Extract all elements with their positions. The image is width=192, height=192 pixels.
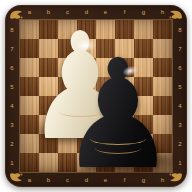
square-b5 — [39, 77, 58, 96]
square-g4 — [134, 96, 153, 115]
rank-label: 7 — [175, 39, 185, 58]
file-labels-top: abcdefgh — [20, 7, 172, 17]
square-g7 — [134, 39, 153, 58]
square-f6 — [115, 58, 134, 77]
file-label: f — [115, 175, 134, 185]
square-f7 — [115, 39, 134, 58]
square-b6 — [39, 58, 58, 77]
square-e2 — [96, 134, 115, 153]
square-a8 — [20, 20, 39, 39]
square-g5 — [134, 77, 153, 96]
rank-label: 5 — [7, 77, 17, 96]
square-h6 — [153, 58, 172, 77]
rank-labels-left: 87654321 — [7, 20, 17, 172]
square-b4 — [39, 96, 58, 115]
square-d1 — [77, 153, 96, 172]
rank-labels-right: 87654321 — [175, 20, 185, 172]
rank-label: 2 — [175, 134, 185, 153]
square-c2 — [58, 134, 77, 153]
rank-label: 8 — [7, 20, 17, 39]
rank-label: 5 — [175, 77, 185, 96]
square-f2 — [115, 134, 134, 153]
square-c7 — [58, 39, 77, 58]
rank-label: 1 — [7, 153, 17, 172]
square-d2 — [77, 134, 96, 153]
square-g2 — [134, 134, 153, 153]
file-label: c — [58, 7, 77, 17]
file-label: f — [115, 7, 134, 17]
file-label: h — [153, 7, 172, 17]
file-label: c — [58, 175, 77, 185]
rank-label: 3 — [175, 115, 185, 134]
square-d7 — [77, 39, 96, 58]
square-b7 — [39, 39, 58, 58]
square-d3 — [77, 115, 96, 134]
square-a6 — [20, 58, 39, 77]
square-d5 — [77, 77, 96, 96]
file-label: g — [134, 175, 153, 185]
square-b3 — [39, 115, 58, 134]
square-g8 — [134, 20, 153, 39]
square-b8 — [39, 20, 58, 39]
square-h4 — [153, 96, 172, 115]
square-a7 — [20, 39, 39, 58]
square-c3 — [58, 115, 77, 134]
file-label: e — [96, 175, 115, 185]
rank-label: 4 — [7, 96, 17, 115]
square-h7 — [153, 39, 172, 58]
square-h2 — [153, 134, 172, 153]
square-f8 — [115, 20, 134, 39]
square-c4 — [58, 96, 77, 115]
square-a1 — [20, 153, 39, 172]
file-label: h — [153, 175, 172, 185]
square-d8 — [77, 20, 96, 39]
rank-label: 7 — [7, 39, 17, 58]
square-e1 — [96, 153, 115, 172]
square-c8 — [58, 20, 77, 39]
square-c1 — [58, 153, 77, 172]
rank-label: 1 — [175, 153, 185, 172]
square-c6 — [58, 58, 77, 77]
square-a4 — [20, 96, 39, 115]
file-label: b — [39, 7, 58, 17]
rank-label: 3 — [7, 115, 17, 134]
rank-label: 6 — [7, 58, 17, 77]
square-a3 — [20, 115, 39, 134]
square-a5 — [20, 77, 39, 96]
square-e5 — [96, 77, 115, 96]
file-label: a — [20, 175, 39, 185]
square-h8 — [153, 20, 172, 39]
board-frame: abcdefgh abcdefgh 87654321 87654321 ♟♟ — [5, 5, 187, 187]
chess-app-icon[interactable]: abcdefgh abcdefgh 87654321 87654321 ♟♟ — [0, 0, 192, 192]
square-h5 — [153, 77, 172, 96]
square-a2 — [20, 134, 39, 153]
file-labels-bottom: abcdefgh — [20, 175, 172, 185]
square-b1 — [39, 153, 58, 172]
square-e3 — [96, 115, 115, 134]
square-h3 — [153, 115, 172, 134]
square-e6 — [96, 58, 115, 77]
rank-label: 2 — [7, 134, 17, 153]
file-label: g — [134, 7, 153, 17]
file-label: a — [20, 7, 39, 17]
square-c5 — [58, 77, 77, 96]
square-e4 — [96, 96, 115, 115]
square-f5 — [115, 77, 134, 96]
square-f1 — [115, 153, 134, 172]
square-f3 — [115, 115, 134, 134]
rank-label: 8 — [175, 20, 185, 39]
file-label: d — [77, 175, 96, 185]
square-d4 — [77, 96, 96, 115]
file-label: d — [77, 7, 96, 17]
square-f4 — [115, 96, 134, 115]
chess-board: ♟♟ — [20, 20, 172, 172]
square-g6 — [134, 58, 153, 77]
square-e8 — [96, 20, 115, 39]
file-label: b — [39, 175, 58, 185]
file-label: e — [96, 7, 115, 17]
square-e7 — [96, 39, 115, 58]
square-g1 — [134, 153, 153, 172]
square-g3 — [134, 115, 153, 134]
square-h1 — [153, 153, 172, 172]
square-b2 — [39, 134, 58, 153]
square-d6 — [77, 58, 96, 77]
rank-label: 4 — [175, 96, 185, 115]
rank-label: 6 — [175, 58, 185, 77]
